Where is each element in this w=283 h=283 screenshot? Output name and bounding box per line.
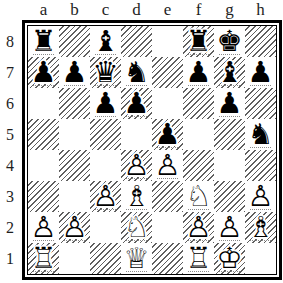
piece-glyph: ♜ [183,26,214,57]
white-bishop: ♝♗ [245,212,276,243]
square-g4 [214,150,245,181]
square-a2: ♟♙ [28,212,59,243]
piece-glyph: ♘ [121,212,152,243]
black-pawn: ♟♟ [152,119,183,150]
rank-label-3: 3 [0,181,20,212]
piece-glyph: ♙ [90,181,121,212]
piece-glyph: ♗ [121,181,152,212]
rank-label-5: 5 [0,119,20,150]
piece-glyph: ♙ [28,212,59,243]
file-label-d: d [121,0,152,20]
square-g8: ♚♚ [214,26,245,57]
square-e4: ♟♙ [152,150,183,181]
square-f4 [183,150,214,181]
white-rook: ♜♖ [28,243,59,274]
square-d8 [121,26,152,57]
piece-glyph: ♟ [59,57,90,88]
square-e3 [152,181,183,212]
square-h7: ♟♟ [245,57,276,88]
square-f5 [183,119,214,150]
square-f2: ♟♙ [183,212,214,243]
square-f1: ♜♖ [183,243,214,274]
file-label-b: b [59,0,90,20]
black-pawn: ♟♟ [121,88,152,119]
rank-label-6: 6 [0,88,20,119]
file-labels: a b c d e f g h [28,0,276,20]
square-c6: ♟♟ [90,88,121,119]
square-e5: ♟♟ [152,119,183,150]
rank-label-7: 7 [0,57,20,88]
square-a6 [28,88,59,119]
black-pawn: ♟♟ [59,57,90,88]
square-f6 [183,88,214,119]
piece-glyph: ♟ [245,57,276,88]
square-c5 [90,119,121,150]
black-pawn: ♟♟ [214,88,245,119]
square-d7: ♞♞ [121,57,152,88]
square-b4 [59,150,90,181]
file-label-h: h [245,0,276,20]
square-g2: ♟♙ [214,212,245,243]
white-knight: ♞♘ [121,212,152,243]
white-pawn: ♟♙ [183,212,214,243]
piece-glyph: ♛ [90,57,121,88]
white-bishop: ♝♗ [121,181,152,212]
square-b7: ♟♟ [59,57,90,88]
white-pawn: ♟♙ [28,212,59,243]
white-pawn: ♟♙ [245,181,276,212]
white-pawn: ♟♙ [59,212,90,243]
piece-glyph: ♔ [214,243,245,274]
piece-glyph: ♕ [121,243,152,274]
square-d1: ♛♕ [121,243,152,274]
square-h4 [245,150,276,181]
piece-glyph: ♙ [59,212,90,243]
square-a8: ♜♜ [28,26,59,57]
square-e8 [152,26,183,57]
white-knight: ♞♘ [183,181,214,212]
square-f3: ♞♘ [183,181,214,212]
square-c4 [90,150,121,181]
rank-label-2: 2 [0,212,20,243]
file-label-c: c [90,0,121,20]
square-c7: ♛♛ [90,57,121,88]
rank-label-8: 8 [0,26,20,57]
square-h2: ♝♗ [245,212,276,243]
square-h3: ♟♙ [245,181,276,212]
square-e7 [152,57,183,88]
rank-label-1: 1 [0,243,20,274]
white-queen: ♛♕ [121,243,152,274]
square-b6 [59,88,90,119]
white-pawn: ♟♙ [90,181,121,212]
square-b3 [59,181,90,212]
piece-glyph: ♟ [28,57,59,88]
black-king: ♚♚ [214,26,245,57]
square-f8: ♜♜ [183,26,214,57]
square-g3 [214,181,245,212]
square-g1: ♚♔ [214,243,245,274]
black-bishop: ♝♝ [90,26,121,57]
black-bishop: ♝♝ [214,57,245,88]
white-rook: ♜♖ [183,243,214,274]
piece-glyph: ♟ [183,57,214,88]
piece-glyph: ♞ [121,57,152,88]
black-pawn: ♟♟ [28,57,59,88]
square-b1 [59,243,90,274]
piece-glyph: ♖ [183,243,214,274]
square-c2 [90,212,121,243]
square-e6 [152,88,183,119]
square-d2: ♞♘ [121,212,152,243]
piece-glyph: ♙ [152,150,183,181]
square-d4: ♟♙ [121,150,152,181]
rank-label-4: 4 [0,150,20,181]
black-knight: ♞♞ [121,57,152,88]
file-label-g: g [214,0,245,20]
square-a1: ♜♖ [28,243,59,274]
square-c3: ♟♙ [90,181,121,212]
rank-labels: 8 7 6 5 4 3 2 1 [0,26,20,274]
piece-glyph: ♙ [214,212,245,243]
file-label-a: a [28,0,59,20]
piece-glyph: ♟ [90,88,121,119]
square-h5: ♞♞ [245,119,276,150]
square-h1 [245,243,276,274]
square-d3: ♝♗ [121,181,152,212]
square-g5 [214,119,245,150]
square-e2 [152,212,183,243]
black-pawn: ♟♟ [245,57,276,88]
file-label-f: f [183,0,214,20]
piece-glyph: ♗ [245,212,276,243]
piece-glyph: ♟ [152,119,183,150]
square-a7: ♟♟ [28,57,59,88]
chess-board: ♜♜♝♝♜♜♚♚♟♟♟♟♛♛♞♞♟♟♝♝♟♟♟♟♟♟♟♟♟♟♞♞♟♙♟♙♟♙♝♗… [22,20,282,280]
piece-glyph: ♚ [214,26,245,57]
square-g6: ♟♟ [214,88,245,119]
piece-glyph: ♖ [28,243,59,274]
piece-glyph: ♟ [214,88,245,119]
piece-glyph: ♘ [183,181,214,212]
square-b8 [59,26,90,57]
white-pawn: ♟♙ [121,150,152,181]
chess-diagram: a b c d e f g h 8 7 6 5 4 3 2 1 ♜♜♝♝♜♜♚♚… [0,0,283,283]
square-f7: ♟♟ [183,57,214,88]
piece-glyph: ♝ [214,57,245,88]
square-d6: ♟♟ [121,88,152,119]
square-b2: ♟♙ [59,212,90,243]
piece-glyph: ♙ [183,212,214,243]
piece-glyph: ♞ [245,119,276,150]
file-label-e: e [152,0,183,20]
square-g7: ♝♝ [214,57,245,88]
square-h6 [245,88,276,119]
square-c1 [90,243,121,274]
piece-glyph: ♙ [245,181,276,212]
piece-glyph: ♙ [121,150,152,181]
white-pawn: ♟♙ [214,212,245,243]
square-d5 [121,119,152,150]
black-pawn: ♟♟ [183,57,214,88]
piece-glyph: ♜ [28,26,59,57]
square-e1 [152,243,183,274]
square-a5 [28,119,59,150]
black-knight: ♞♞ [245,119,276,150]
piece-glyph: ♟ [121,88,152,119]
black-rook: ♜♜ [28,26,59,57]
black-pawn: ♟♟ [90,88,121,119]
board-grid: ♜♜♝♝♜♜♚♚♟♟♟♟♛♛♞♞♟♟♝♝♟♟♟♟♟♟♟♟♟♟♞♞♟♙♟♙♟♙♝♗… [27,25,277,275]
white-king: ♚♔ [214,243,245,274]
square-b5 [59,119,90,150]
piece-glyph: ♝ [90,26,121,57]
square-h8 [245,26,276,57]
black-rook: ♜♜ [183,26,214,57]
square-a3 [28,181,59,212]
square-c8: ♝♝ [90,26,121,57]
black-queen: ♛♛ [90,57,121,88]
white-pawn: ♟♙ [152,150,183,181]
square-a4 [28,150,59,181]
